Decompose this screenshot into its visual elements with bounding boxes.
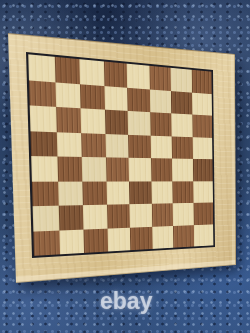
- square-g7: [171, 91, 192, 115]
- square-c5: [81, 133, 105, 158]
- square-a6: [30, 105, 57, 131]
- square-a1: [33, 230, 59, 256]
- square-b3: [58, 181, 83, 206]
- square-c4: [82, 157, 106, 181]
- square-f5: [150, 135, 172, 158]
- square-e5: [128, 134, 151, 158]
- square-c6: [81, 108, 105, 133]
- square-h5: [192, 137, 212, 159]
- square-f2: [151, 203, 173, 226]
- square-d4: [106, 157, 129, 181]
- square-c7: [80, 84, 105, 110]
- square-d8: [103, 61, 127, 87]
- square-h1: [193, 224, 213, 247]
- square-f1: [152, 226, 174, 249]
- square-b8: [54, 57, 80, 84]
- square-e3: [129, 181, 151, 204]
- square-a5: [30, 131, 56, 157]
- square-c8: [79, 59, 104, 85]
- square-h4: [193, 159, 213, 181]
- square-g6: [171, 113, 192, 136]
- square-g5: [172, 136, 193, 159]
- square-d5: [105, 134, 128, 158]
- square-b4: [57, 157, 82, 182]
- square-a3: [32, 181, 58, 206]
- square-g4: [172, 159, 193, 181]
- square-c3: [82, 181, 106, 205]
- square-h6: [192, 115, 212, 138]
- square-d2: [107, 204, 130, 228]
- square-f7: [149, 89, 171, 113]
- square-h8: [191, 70, 211, 94]
- square-d1: [107, 227, 130, 251]
- square-g8: [171, 68, 192, 92]
- square-e7: [127, 87, 150, 112]
- square-c2: [83, 205, 107, 229]
- square-h7: [192, 92, 212, 115]
- square-c1: [83, 228, 107, 253]
- square-f6: [150, 112, 172, 136]
- square-e4: [129, 158, 152, 181]
- square-a7: [29, 80, 56, 107]
- square-d6: [105, 110, 129, 135]
- square-h2: [193, 202, 213, 224]
- square-e6: [128, 111, 151, 135]
- square-a2: [33, 206, 59, 231]
- square-g1: [173, 225, 194, 248]
- square-h3: [193, 181, 213, 203]
- photo-background: ebay: [0, 0, 250, 333]
- ebay-watermark: ebay: [100, 290, 152, 313]
- square-f8: [149, 66, 171, 91]
- square-b5: [56, 132, 81, 157]
- square-a4: [31, 156, 57, 181]
- square-d7: [104, 86, 128, 111]
- square-b2: [58, 205, 83, 230]
- square-b1: [59, 229, 84, 254]
- square-b7: [55, 82, 81, 108]
- square-d3: [106, 181, 129, 205]
- square-e1: [130, 226, 152, 250]
- square-b6: [56, 107, 82, 133]
- square-f3: [151, 181, 173, 204]
- square-e8: [127, 64, 150, 89]
- chess-board: [26, 52, 215, 258]
- square-g2: [173, 203, 194, 226]
- square-f4: [151, 158, 173, 181]
- square-a8: [28, 54, 55, 82]
- square-e2: [129, 204, 151, 228]
- square-g3: [172, 181, 193, 203]
